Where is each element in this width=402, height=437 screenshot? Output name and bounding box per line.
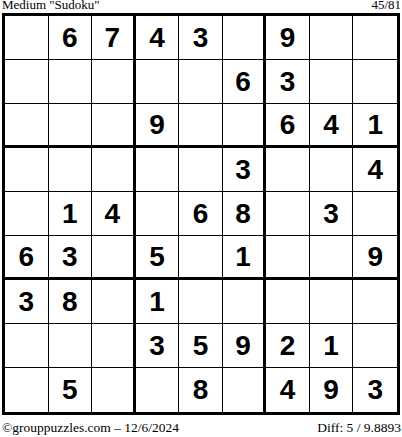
difficulty-text: Diff: 5 / 9.8893 bbox=[317, 420, 401, 435]
cell-r3c1[interactable] bbox=[5, 104, 49, 148]
cell-r4c8[interactable] bbox=[310, 148, 354, 192]
cell-r9c5[interactable]: 8 bbox=[179, 368, 223, 412]
cell-r2c2[interactable] bbox=[49, 60, 93, 104]
cell-r9c6[interactable] bbox=[223, 368, 267, 412]
cell-r4c7[interactable] bbox=[266, 148, 310, 192]
cell-r5c4[interactable] bbox=[136, 192, 180, 236]
cell-r8c5[interactable]: 5 bbox=[179, 324, 223, 368]
cell-r1c5[interactable]: 3 bbox=[179, 16, 223, 60]
cell-r6c2[interactable]: 3 bbox=[49, 236, 93, 280]
cell-r8c8[interactable]: 1 bbox=[310, 324, 354, 368]
cell-r5c8[interactable]: 3 bbox=[310, 192, 354, 236]
cell-r7c1[interactable]: 3 bbox=[5, 280, 49, 324]
cell-r3c6[interactable] bbox=[223, 104, 267, 148]
cell-r5c3[interactable]: 4 bbox=[92, 192, 136, 236]
cell-r3c8[interactable]: 4 bbox=[310, 104, 354, 148]
cell-r2c6[interactable]: 6 bbox=[223, 60, 267, 104]
cell-r2c7[interactable]: 3 bbox=[266, 60, 310, 104]
cell-r7c5[interactable] bbox=[179, 280, 223, 324]
cell-r2c8[interactable] bbox=[310, 60, 354, 104]
cell-r6c3[interactable] bbox=[92, 236, 136, 280]
cell-r7c4[interactable]: 1 bbox=[136, 280, 180, 324]
cell-r3c3[interactable] bbox=[92, 104, 136, 148]
cell-r1c2[interactable]: 6 bbox=[49, 16, 93, 60]
cell-r6c1[interactable]: 6 bbox=[5, 236, 49, 280]
cell-r6c6[interactable]: 1 bbox=[223, 236, 267, 280]
cell-r7c3[interactable] bbox=[92, 280, 136, 324]
cell-r8c2[interactable] bbox=[49, 324, 93, 368]
cell-r4c9[interactable]: 4 bbox=[353, 148, 397, 192]
cell-r7c6[interactable] bbox=[223, 280, 267, 324]
cell-r1c6[interactable] bbox=[223, 16, 267, 60]
cell-r9c4[interactable] bbox=[136, 368, 180, 412]
cell-r1c9[interactable] bbox=[353, 16, 397, 60]
cell-r3c4[interactable]: 9 bbox=[136, 104, 180, 148]
cell-r6c7[interactable] bbox=[266, 236, 310, 280]
cell-r4c6[interactable]: 3 bbox=[223, 148, 267, 192]
cell-r9c7[interactable]: 4 bbox=[266, 368, 310, 412]
cell-r2c3[interactable] bbox=[92, 60, 136, 104]
cell-r1c1[interactable] bbox=[5, 16, 49, 60]
cell-r4c5[interactable] bbox=[179, 148, 223, 192]
cell-r8c3[interactable] bbox=[92, 324, 136, 368]
puzzle-title: Medium "Sudoku" bbox=[2, 0, 100, 12]
cell-r7c9[interactable] bbox=[353, 280, 397, 324]
cell-r1c4[interactable]: 4 bbox=[136, 16, 180, 60]
cell-r9c1[interactable] bbox=[5, 368, 49, 412]
cell-r9c2[interactable]: 5 bbox=[49, 368, 93, 412]
cell-r1c8[interactable] bbox=[310, 16, 354, 60]
sudoku-grid: 674396396413414683635193813592158493 bbox=[2, 13, 400, 415]
empty-cell-counter: 45/81 bbox=[371, 0, 401, 12]
cell-r6c8[interactable] bbox=[310, 236, 354, 280]
cell-r4c4[interactable] bbox=[136, 148, 180, 192]
cell-r1c7[interactable]: 9 bbox=[266, 16, 310, 60]
cell-r8c1[interactable] bbox=[5, 324, 49, 368]
cell-r2c9[interactable] bbox=[353, 60, 397, 104]
cell-r5c6[interactable]: 8 bbox=[223, 192, 267, 236]
cell-r7c8[interactable] bbox=[310, 280, 354, 324]
cell-r6c9[interactable]: 9 bbox=[353, 236, 397, 280]
cell-r3c5[interactable] bbox=[179, 104, 223, 148]
cell-r2c5[interactable] bbox=[179, 60, 223, 104]
cell-r4c3[interactable] bbox=[92, 148, 136, 192]
cell-r8c6[interactable]: 9 bbox=[223, 324, 267, 368]
cell-r2c1[interactable] bbox=[5, 60, 49, 104]
cell-r5c7[interactable] bbox=[266, 192, 310, 236]
copyright-text: ©grouppuzzles.com – 12/6/2024 bbox=[2, 420, 179, 435]
cell-r9c8[interactable]: 9 bbox=[310, 368, 354, 412]
cell-r5c1[interactable] bbox=[5, 192, 49, 236]
cell-r3c7[interactable]: 6 bbox=[266, 104, 310, 148]
cell-r8c7[interactable]: 2 bbox=[266, 324, 310, 368]
cell-r9c3[interactable] bbox=[92, 368, 136, 412]
cell-r5c5[interactable]: 6 bbox=[179, 192, 223, 236]
cell-r1c3[interactable]: 7 bbox=[92, 16, 136, 60]
footer-bar: ©grouppuzzles.com – 12/6/2024 Diff: 5 / … bbox=[2, 420, 401, 435]
cell-r4c2[interactable] bbox=[49, 148, 93, 192]
cell-r8c4[interactable]: 3 bbox=[136, 324, 180, 368]
cell-r7c2[interactable]: 8 bbox=[49, 280, 93, 324]
cell-r7c7[interactable] bbox=[266, 280, 310, 324]
cell-r8c9[interactable] bbox=[353, 324, 397, 368]
cell-r6c4[interactable]: 5 bbox=[136, 236, 180, 280]
cell-r9c9[interactable]: 3 bbox=[353, 368, 397, 412]
cell-r5c2[interactable]: 1 bbox=[49, 192, 93, 236]
cell-r6c5[interactable] bbox=[179, 236, 223, 280]
cell-r5c9[interactable] bbox=[353, 192, 397, 236]
header-bar: Medium "Sudoku" 45/81 bbox=[2, 0, 401, 12]
cell-r3c9[interactable]: 1 bbox=[353, 104, 397, 148]
cell-r4c1[interactable] bbox=[5, 148, 49, 192]
cell-r2c4[interactable] bbox=[136, 60, 180, 104]
cell-r3c2[interactable] bbox=[49, 104, 93, 148]
